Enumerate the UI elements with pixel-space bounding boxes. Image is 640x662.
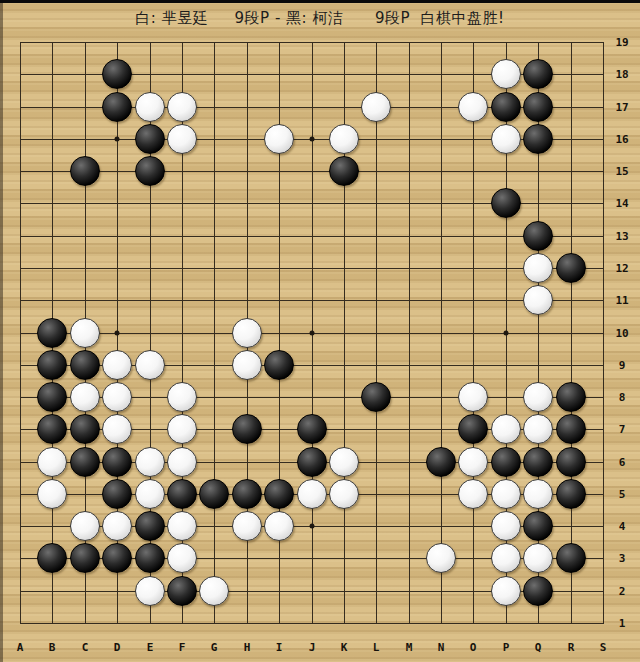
row-label: 5 xyxy=(619,488,626,501)
stone-black xyxy=(329,156,359,186)
column-label: S xyxy=(600,641,607,654)
go-kifu-viewer: 白: 芈昱廷 9段P - 黑: 柯洁 9段P 白棋中盘胜! ABCDEFGHIJ… xyxy=(0,0,640,662)
stone-black xyxy=(167,479,197,509)
stone-white xyxy=(167,447,197,477)
stone-black xyxy=(556,253,586,283)
row-label: 2 xyxy=(619,585,626,598)
column-label: F xyxy=(179,641,186,654)
stone-white xyxy=(523,479,553,509)
stone-black xyxy=(167,576,197,606)
stone-black xyxy=(523,447,553,477)
stone-white xyxy=(232,350,262,380)
stone-black xyxy=(523,511,553,541)
stone-white xyxy=(167,414,197,444)
stone-white xyxy=(70,318,100,348)
stone-white xyxy=(167,382,197,412)
stone-black xyxy=(491,447,521,477)
stone-white xyxy=(329,479,359,509)
column-label: I xyxy=(276,641,283,654)
stone-black xyxy=(70,350,100,380)
stone-black xyxy=(102,543,132,573)
stone-white xyxy=(70,511,100,541)
left-edge-shade xyxy=(0,3,3,662)
stone-white xyxy=(491,59,521,89)
stone-black xyxy=(37,414,67,444)
stone-black xyxy=(523,576,553,606)
stone-black xyxy=(37,543,67,573)
column-label: Q xyxy=(535,641,542,654)
stone-black xyxy=(556,543,586,573)
row-label: 16 xyxy=(615,133,628,146)
stone-black xyxy=(135,124,165,154)
stone-white xyxy=(167,92,197,122)
grid-line-horizontal xyxy=(20,623,604,624)
grid-line-vertical xyxy=(409,42,410,624)
stone-black xyxy=(102,479,132,509)
stone-black xyxy=(70,543,100,573)
stone-white xyxy=(70,382,100,412)
column-label: K xyxy=(341,641,348,654)
stone-white xyxy=(361,92,391,122)
stone-white xyxy=(135,447,165,477)
stone-white xyxy=(523,543,553,573)
stone-white xyxy=(167,124,197,154)
stone-white xyxy=(102,414,132,444)
stone-black xyxy=(361,382,391,412)
stone-black xyxy=(491,92,521,122)
stone-white xyxy=(523,285,553,315)
stone-black xyxy=(135,511,165,541)
grid-line-vertical xyxy=(376,42,377,624)
stone-white xyxy=(523,382,553,412)
column-label: B xyxy=(49,641,56,654)
row-label: 17 xyxy=(615,101,628,114)
stone-white xyxy=(135,350,165,380)
game-result-text: 白: 芈昱廷 9段P - 黑: 柯洁 9段P 白棋中盘胜! xyxy=(135,9,504,28)
stone-white xyxy=(491,543,521,573)
stone-white xyxy=(264,124,294,154)
stone-black xyxy=(556,447,586,477)
stone-white xyxy=(264,511,294,541)
column-label: J xyxy=(309,641,316,654)
stone-black xyxy=(556,414,586,444)
stone-black xyxy=(523,59,553,89)
column-label: M xyxy=(406,641,413,654)
stone-white xyxy=(491,576,521,606)
row-label: 4 xyxy=(619,520,626,533)
stone-black xyxy=(70,447,100,477)
stone-white xyxy=(37,447,67,477)
stone-black xyxy=(37,350,67,380)
stone-white xyxy=(458,479,488,509)
stone-black xyxy=(297,414,327,444)
row-label: 9 xyxy=(619,359,626,372)
stone-white xyxy=(458,447,488,477)
stone-white xyxy=(102,382,132,412)
grid-line-vertical xyxy=(571,42,572,624)
star-point xyxy=(310,524,315,529)
stone-white xyxy=(135,576,165,606)
stone-white xyxy=(167,543,197,573)
stone-black xyxy=(556,479,586,509)
stone-black xyxy=(232,479,262,509)
stone-white xyxy=(232,511,262,541)
stone-white xyxy=(135,92,165,122)
stone-black xyxy=(70,156,100,186)
star-point xyxy=(504,331,509,336)
stone-white xyxy=(491,511,521,541)
stone-white xyxy=(37,479,67,509)
row-label: 19 xyxy=(615,36,628,49)
row-label: 18 xyxy=(615,68,628,81)
stone-black xyxy=(37,318,67,348)
stone-white xyxy=(523,253,553,283)
stone-black xyxy=(102,59,132,89)
stone-white xyxy=(491,479,521,509)
stone-black xyxy=(70,414,100,444)
stone-black xyxy=(199,479,229,509)
stone-black xyxy=(37,382,67,412)
stone-white xyxy=(135,479,165,509)
column-label: P xyxy=(503,641,510,654)
star-point xyxy=(310,331,315,336)
grid-line-vertical xyxy=(473,42,474,624)
column-label: G xyxy=(211,641,218,654)
row-label: 13 xyxy=(615,230,628,243)
stone-black xyxy=(135,156,165,186)
row-label: 7 xyxy=(619,423,626,436)
row-label: 12 xyxy=(615,262,628,275)
stone-black xyxy=(264,479,294,509)
stone-black xyxy=(102,92,132,122)
stone-black xyxy=(458,414,488,444)
stone-black xyxy=(102,447,132,477)
stone-white xyxy=(102,511,132,541)
stone-black xyxy=(523,92,553,122)
stone-black xyxy=(264,350,294,380)
stone-white xyxy=(167,511,197,541)
stone-black xyxy=(556,382,586,412)
star-point xyxy=(310,137,315,142)
star-point xyxy=(115,137,120,142)
grid-line-vertical xyxy=(603,42,604,624)
column-label: L xyxy=(373,641,380,654)
stone-black xyxy=(523,221,553,251)
column-label: R xyxy=(568,641,575,654)
stone-white xyxy=(491,124,521,154)
column-label: O xyxy=(470,641,477,654)
game-info-header: 白: 芈昱廷 9段P - 黑: 柯洁 9段P 白棋中盘胜! xyxy=(0,3,640,33)
stone-white xyxy=(329,447,359,477)
stone-black xyxy=(297,447,327,477)
column-label: D xyxy=(114,641,121,654)
stone-white xyxy=(232,318,262,348)
stone-white xyxy=(199,576,229,606)
stone-white xyxy=(458,92,488,122)
row-label: 1 xyxy=(619,617,626,630)
column-label: A xyxy=(17,641,24,654)
stone-black xyxy=(523,124,553,154)
stone-white xyxy=(297,479,327,509)
row-label: 3 xyxy=(619,552,626,565)
column-label: C xyxy=(82,641,89,654)
row-label: 6 xyxy=(619,456,626,469)
column-label: E xyxy=(147,641,154,654)
stone-black xyxy=(491,188,521,218)
row-label: 14 xyxy=(615,197,628,210)
stone-white xyxy=(102,350,132,380)
stone-white xyxy=(329,124,359,154)
row-label: 8 xyxy=(619,391,626,404)
stone-white xyxy=(458,382,488,412)
row-label: 10 xyxy=(615,327,628,340)
stone-white xyxy=(491,414,521,444)
row-label: 11 xyxy=(615,294,628,307)
stone-white xyxy=(523,414,553,444)
row-label: 15 xyxy=(615,165,628,178)
stone-white xyxy=(426,543,456,573)
stone-black xyxy=(135,543,165,573)
column-label: N xyxy=(438,641,445,654)
stone-black xyxy=(426,447,456,477)
stone-black xyxy=(232,414,262,444)
star-point xyxy=(115,331,120,336)
column-label: H xyxy=(244,641,251,654)
grid-line-vertical xyxy=(441,42,442,624)
